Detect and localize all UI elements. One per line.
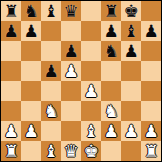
piece-black-pawn[interactable]: ♟ [3,21,18,41]
piece-white-pawn[interactable]: ♟ [83,81,98,101]
piece-black-queen[interactable]: ♛ [63,1,78,21]
square-g6[interactable]: ♟ [121,41,141,61]
piece-black-pawn[interactable]: ♟ [123,41,138,61]
square-g7[interactable]: ♝ [121,21,141,41]
square-a6[interactable] [1,41,21,61]
square-h8[interactable] [141,1,161,21]
piece-white-queen[interactable]: ♛ [63,141,78,161]
square-d4[interactable] [61,81,81,101]
square-f2[interactable]: ♟ [101,121,121,141]
square-a4[interactable] [1,81,21,101]
piece-black-king[interactable]: ♚ [123,1,138,21]
square-a3[interactable] [1,101,21,121]
piece-white-knight[interactable]: ♞ [43,101,58,121]
square-e6[interactable] [81,41,101,61]
square-d8[interactable]: ♛ [61,1,81,21]
piece-white-bishop[interactable]: ♝ [83,121,98,141]
square-c7[interactable] [41,21,61,41]
piece-black-knight[interactable]: ♞ [23,1,38,21]
square-c8[interactable]: ♝ [41,1,61,21]
square-e7[interactable] [81,21,101,41]
piece-black-rook[interactable]: ♜ [3,1,18,21]
square-a1[interactable]: ♜ [1,141,21,161]
square-c5[interactable]: ♟ [41,61,61,81]
square-a5[interactable] [1,61,21,81]
chess-board: ♜♞♝♛♜♚♟♟♟♝♟♟♞♟♟♟♟♞♞♟♟♝♟♟♟♜♝♛♚♜ [0,0,162,162]
square-g4[interactable] [121,81,141,101]
square-f3[interactable]: ♞ [101,101,121,121]
square-c2[interactable] [41,121,61,141]
piece-white-pawn[interactable]: ♟ [123,121,138,141]
square-h2[interactable]: ♟ [141,121,161,141]
square-h7[interactable]: ♟ [141,21,161,41]
square-g5[interactable] [121,61,141,81]
square-b3[interactable] [21,101,41,121]
square-g2[interactable]: ♟ [121,121,141,141]
piece-white-rook[interactable]: ♜ [3,141,18,161]
square-b8[interactable]: ♞ [21,1,41,21]
piece-white-pawn[interactable]: ♟ [63,61,78,81]
piece-black-pawn[interactable]: ♟ [143,21,158,41]
square-e1[interactable]: ♚ [81,141,101,161]
piece-white-bishop[interactable]: ♝ [43,141,58,161]
square-b4[interactable] [21,81,41,101]
piece-white-pawn[interactable]: ♟ [143,121,158,141]
square-d1[interactable]: ♛ [61,141,81,161]
square-g8[interactable]: ♚ [121,1,141,21]
square-e3[interactable] [81,101,101,121]
square-a8[interactable]: ♜ [1,1,21,21]
square-d6[interactable]: ♟ [61,41,81,61]
square-d7[interactable] [61,21,81,41]
square-a7[interactable]: ♟ [1,21,21,41]
piece-black-pawn[interactable]: ♟ [43,61,58,81]
piece-white-knight[interactable]: ♞ [103,101,118,121]
piece-black-knight[interactable]: ♞ [103,41,118,61]
piece-black-bishop[interactable]: ♝ [43,1,58,21]
square-h6[interactable] [141,41,161,61]
square-b5[interactable] [21,61,41,81]
square-d2[interactable] [61,121,81,141]
square-h3[interactable] [141,101,161,121]
square-b6[interactable] [21,41,41,61]
square-g1[interactable] [121,141,141,161]
square-h5[interactable] [141,61,161,81]
square-g3[interactable] [121,101,141,121]
square-f7[interactable]: ♟ [101,21,121,41]
piece-white-king[interactable]: ♚ [83,141,98,161]
square-e4[interactable]: ♟ [81,81,101,101]
square-b7[interactable]: ♟ [21,21,41,41]
square-b1[interactable] [21,141,41,161]
square-e5[interactable] [81,61,101,81]
square-e2[interactable]: ♝ [81,121,101,141]
piece-black-pawn[interactable]: ♟ [63,41,78,61]
square-f4[interactable] [101,81,121,101]
square-d5[interactable]: ♟ [61,61,81,81]
square-c3[interactable]: ♞ [41,101,61,121]
square-c6[interactable] [41,41,61,61]
piece-white-pawn[interactable]: ♟ [103,121,118,141]
square-f1[interactable] [101,141,121,161]
square-a2[interactable]: ♟ [1,121,21,141]
square-h1[interactable]: ♜ [141,141,161,161]
square-f6[interactable]: ♞ [101,41,121,61]
square-h4[interactable] [141,81,161,101]
piece-white-pawn[interactable]: ♟ [23,121,38,141]
square-c1[interactable]: ♝ [41,141,61,161]
square-d3[interactable] [61,101,81,121]
piece-black-pawn[interactable]: ♟ [23,21,38,41]
square-f8[interactable]: ♜ [101,1,121,21]
square-e8[interactable] [81,1,101,21]
piece-white-pawn[interactable]: ♟ [3,121,18,141]
square-f5[interactable] [101,61,121,81]
piece-black-pawn[interactable]: ♟ [103,21,118,41]
piece-white-rook[interactable]: ♜ [143,141,158,161]
square-b2[interactable]: ♟ [21,121,41,141]
piece-black-rook[interactable]: ♜ [103,1,118,21]
square-c4[interactable] [41,81,61,101]
piece-black-bishop[interactable]: ♝ [123,21,138,41]
